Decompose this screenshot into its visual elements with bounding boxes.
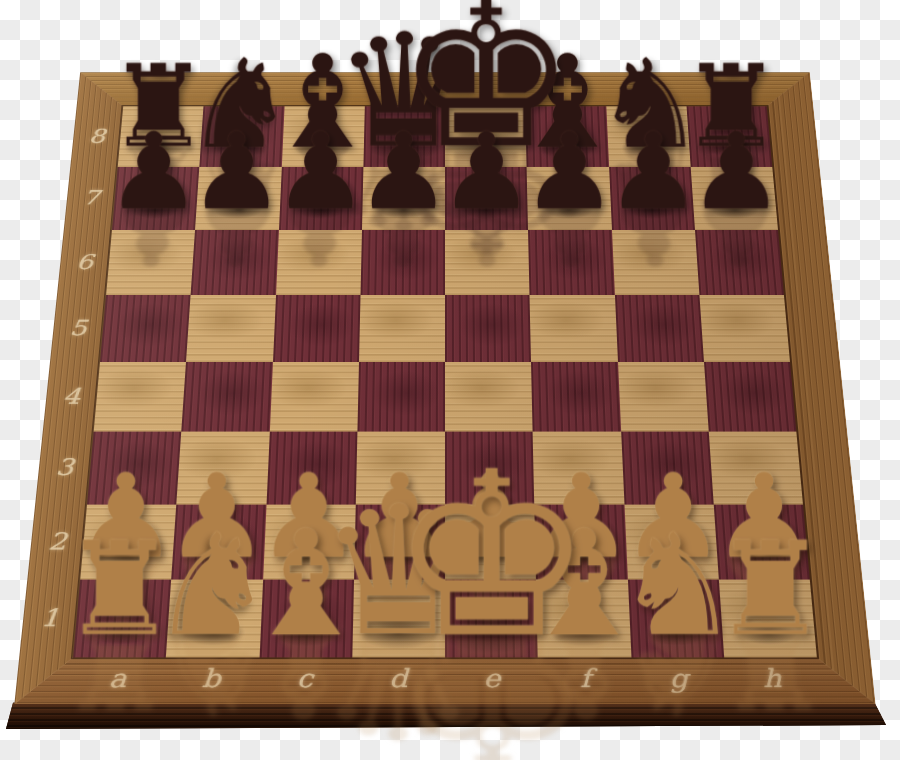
square-b8[interactable] [200,106,285,167]
square-f8[interactable] [525,106,608,167]
square-h6[interactable] [695,230,784,295]
square-a5[interactable] [100,295,191,362]
square-a8[interactable] [118,106,204,167]
file-label-c: c [257,657,352,700]
square-c7[interactable] [279,167,364,230]
square-e8[interactable] [445,106,527,167]
rank-label-4: 4 [43,362,100,432]
rank-label-7: 7 [64,167,118,230]
square-d8[interactable] [363,106,445,167]
square-h7[interactable] [690,167,778,230]
square-a7[interactable] [112,167,200,230]
square-c8[interactable] [281,106,364,167]
square-b5[interactable] [186,295,275,362]
square-g8[interactable] [606,106,691,167]
square-h5[interactable] [699,295,790,362]
piece-e1-white-king[interactable]: ♚♚ [445,579,538,657]
square-g7[interactable] [609,167,695,230]
square-e6[interactable] [445,230,530,295]
square-e5[interactable] [445,295,531,362]
square-f6[interactable] [528,230,614,295]
chess-board: 87654321 abcdefgh ♜♜♞♞♝♝♛♛♚♚♝♝♞♞♜♜♟♟♟♟♟♟… [14,72,875,704]
square-d6[interactable] [360,230,445,295]
square-b7[interactable] [195,167,281,230]
file-label-a: a [69,657,166,700]
square-c5[interactable] [273,295,361,362]
rank-label-6: 6 [57,230,112,295]
file-label-g: g [631,657,727,700]
square-c6[interactable] [276,230,362,295]
file-label-b: b [163,657,259,700]
chess-scene: 87654321 abcdefgh ♜♜♞♞♝♝♛♛♚♚♝♝♞♞♜♜♟♟♟♟♟♟… [0,0,900,760]
square-g6[interactable] [611,230,699,295]
file-label-h: h [724,657,821,700]
square-b6[interactable] [191,230,279,295]
piece-glyph: ♚ [390,442,594,669]
square-f5[interactable] [530,295,618,362]
rank-label-5: 5 [50,295,106,362]
square-h8[interactable] [686,106,772,167]
square-e7[interactable] [445,167,528,230]
frame-top [77,72,814,106]
rank-label-8: 8 [70,106,123,167]
square-a6[interactable] [106,230,195,295]
square-f7[interactable] [527,167,612,230]
square-d5[interactable] [359,295,445,362]
board-front-edge [6,701,886,729]
square-g5[interactable] [614,295,703,362]
square-d7[interactable] [362,167,445,230]
